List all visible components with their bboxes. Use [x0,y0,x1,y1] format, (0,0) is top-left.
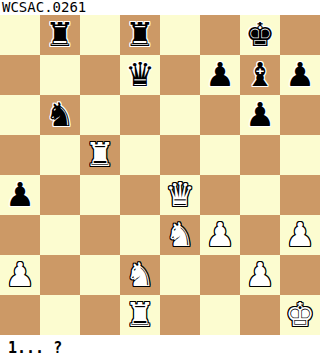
square-b6[interactable]: ♞ [40,95,80,135]
square-a8[interactable] [0,15,40,55]
square-a6[interactable] [0,95,40,135]
square-h6[interactable] [280,95,320,135]
white-rook[interactable]: ♜ [85,135,115,175]
square-a2[interactable]: ♟ [0,255,40,295]
black-rook[interactable]: ♜ [45,15,75,55]
white-pawn[interactable]: ♟ [5,255,35,295]
white-queen[interactable]: ♛ [165,175,195,215]
square-b4[interactable] [40,175,80,215]
square-e7[interactable] [160,55,200,95]
square-h7[interactable]: ♟ [280,55,320,95]
square-b3[interactable] [40,215,80,255]
square-d2[interactable]: ♞ [120,255,160,295]
square-a3[interactable] [0,215,40,255]
black-king[interactable]: ♚ [245,15,275,55]
square-h5[interactable] [280,135,320,175]
square-c4[interactable] [80,175,120,215]
square-d7[interactable]: ♛ [120,55,160,95]
black-bishop[interactable]: ♝ [245,55,275,95]
square-a5[interactable] [0,135,40,175]
square-f4[interactable] [200,175,240,215]
black-pawn[interactable]: ♟ [5,175,35,215]
square-g5[interactable] [240,135,280,175]
square-c6[interactable] [80,95,120,135]
square-g2[interactable]: ♟ [240,255,280,295]
square-h1[interactable]: ♚ [280,295,320,335]
white-pawn[interactable]: ♟ [285,215,315,255]
square-f6[interactable] [200,95,240,135]
move-prompt: 1... ? [0,335,320,360]
square-g6[interactable]: ♟ [240,95,280,135]
square-d8[interactable]: ♜ [120,15,160,55]
square-c2[interactable] [80,255,120,295]
square-d6[interactable] [120,95,160,135]
square-g7[interactable]: ♝ [240,55,280,95]
square-g1[interactable] [240,295,280,335]
square-b5[interactable] [40,135,80,175]
square-c5[interactable]: ♜ [80,135,120,175]
black-rook[interactable]: ♜ [125,15,155,55]
white-knight[interactable]: ♞ [165,215,195,255]
puzzle-id: WCSAC.0261 [0,0,320,15]
black-knight[interactable]: ♞ [45,95,75,135]
square-h3[interactable]: ♟ [280,215,320,255]
square-e5[interactable] [160,135,200,175]
square-d3[interactable] [120,215,160,255]
square-c8[interactable] [80,15,120,55]
square-e2[interactable] [160,255,200,295]
square-c1[interactable] [80,295,120,335]
white-rook[interactable]: ♜ [125,295,155,335]
square-h8[interactable] [280,15,320,55]
square-e8[interactable] [160,15,200,55]
square-c3[interactable] [80,215,120,255]
square-d5[interactable] [120,135,160,175]
square-h2[interactable] [280,255,320,295]
square-h4[interactable] [280,175,320,215]
square-e4[interactable]: ♛ [160,175,200,215]
square-e6[interactable] [160,95,200,135]
square-e1[interactable] [160,295,200,335]
chess-puzzle-app: WCSAC.0261 ♜♜♚♛♟♝♟♞♟♜♟♛♞♟♟♟♞♟♜♚ 1... ? [0,0,320,360]
black-pawn[interactable]: ♟ [245,95,275,135]
square-b2[interactable] [40,255,80,295]
square-d1[interactable]: ♜ [120,295,160,335]
square-d4[interactable] [120,175,160,215]
square-f1[interactable] [200,295,240,335]
square-g3[interactable] [240,215,280,255]
square-f7[interactable]: ♟ [200,55,240,95]
white-pawn[interactable]: ♟ [245,255,275,295]
square-c7[interactable] [80,55,120,95]
square-f2[interactable] [200,255,240,295]
white-king[interactable]: ♚ [285,295,315,335]
square-f3[interactable]: ♟ [200,215,240,255]
black-queen[interactable]: ♛ [125,55,155,95]
white-knight[interactable]: ♞ [125,255,155,295]
chess-board: ♜♜♚♛♟♝♟♞♟♜♟♛♞♟♟♟♞♟♜♚ [0,15,320,335]
black-pawn[interactable]: ♟ [285,55,315,95]
square-e3[interactable]: ♞ [160,215,200,255]
square-f5[interactable] [200,135,240,175]
square-b1[interactable] [40,295,80,335]
square-a4[interactable]: ♟ [0,175,40,215]
square-b8[interactable]: ♜ [40,15,80,55]
black-pawn[interactable]: ♟ [205,55,235,95]
square-a1[interactable] [0,295,40,335]
square-f8[interactable] [200,15,240,55]
square-g4[interactable] [240,175,280,215]
white-pawn[interactable]: ♟ [205,215,235,255]
square-a7[interactable] [0,55,40,95]
square-b7[interactable] [40,55,80,95]
square-g8[interactable]: ♚ [240,15,280,55]
